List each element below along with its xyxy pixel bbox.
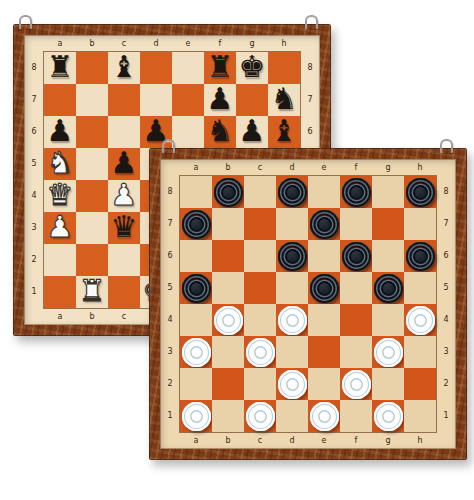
checkers-square-b2[interactable]	[212, 368, 244, 400]
checkers-square-b3[interactable]	[212, 336, 244, 368]
checker-man-black[interactable]	[278, 242, 307, 271]
chess-square-a7[interactable]	[44, 84, 76, 116]
chess-square-b8[interactable]	[76, 52, 108, 84]
file-label: d	[276, 159, 308, 176]
chess-square-h7[interactable]: ♞	[268, 84, 300, 116]
checkers-square-c8[interactable]	[244, 176, 276, 208]
checkers-square-f8[interactable]	[340, 176, 372, 208]
chess-piece-black-rook[interactable]: ♜	[207, 52, 234, 82]
checkers-letters-bottom: abcdefgh	[180, 432, 436, 449]
checkers-square-e6[interactable]	[308, 240, 340, 272]
checkers-square-d6[interactable]	[276, 240, 308, 272]
checkers-square-g5[interactable]	[372, 272, 404, 304]
checkers-square-e1[interactable]	[308, 400, 340, 432]
checkers-numbers-right: 87654321	[436, 176, 456, 432]
chess-square-b6[interactable]	[76, 116, 108, 148]
rank-label: 8	[300, 52, 320, 84]
chess-square-g7[interactable]	[236, 84, 268, 116]
chess-piece-black-pawn[interactable]: ♟	[239, 116, 266, 146]
file-label: f	[340, 159, 372, 176]
checkers-square-h1[interactable]	[404, 400, 436, 432]
checkers-square-d8[interactable]	[276, 176, 308, 208]
checkers-square-a2[interactable]	[180, 368, 212, 400]
file-label: a	[180, 159, 212, 176]
checkers-square-a8[interactable]	[180, 176, 212, 208]
file-label: g	[372, 432, 404, 449]
checkers-square-c6[interactable]	[244, 240, 276, 272]
checker-man-black[interactable]	[342, 178, 371, 207]
rank-label: 5	[160, 272, 180, 304]
rank-label: 7	[300, 84, 320, 116]
checkers-square-f6[interactable]	[340, 240, 372, 272]
checkers-square-f1[interactable]	[340, 400, 372, 432]
checkers-square-h7[interactable]	[404, 208, 436, 240]
checkers-square-d5[interactable]	[276, 272, 308, 304]
chess-square-c5[interactable]: ♟	[108, 148, 140, 180]
checkers-square-f4[interactable]	[340, 304, 372, 336]
checker-man-black[interactable]	[310, 274, 339, 303]
rank-label: 8	[160, 176, 180, 208]
chess-square-g8[interactable]: ♚	[236, 52, 268, 84]
checkers-square-b1[interactable]	[212, 400, 244, 432]
checkers-square-c7[interactable]	[244, 208, 276, 240]
rank-label: 2	[436, 368, 456, 400]
chess-hanging-ring-left	[19, 15, 32, 29]
checkers-square-h2[interactable]	[404, 368, 436, 400]
checkers-square-e5[interactable]	[308, 272, 340, 304]
checker-man-white[interactable]	[406, 306, 435, 335]
checkers-square-g3[interactable]	[372, 336, 404, 368]
checkers-square-c1[interactable]	[244, 400, 276, 432]
file-label: b	[212, 432, 244, 449]
checkers-square-b4[interactable]	[212, 304, 244, 336]
chess-square-c8[interactable]: ♝	[108, 52, 140, 84]
checkers-square-g4[interactable]	[372, 304, 404, 336]
checkers-square-f3[interactable]	[340, 336, 372, 368]
rank-label: 6	[300, 116, 320, 148]
checker-man-white[interactable]	[214, 306, 243, 335]
chess-square-a3[interactable]: ♟	[44, 212, 76, 244]
rank-label: 6	[436, 240, 456, 272]
checkers-square-c3[interactable]	[244, 336, 276, 368]
checker-man-black[interactable]	[406, 242, 435, 271]
chess-square-e8[interactable]	[172, 52, 204, 84]
chess-piece-black-pawn[interactable]: ♟	[47, 116, 74, 146]
checker-man-black[interactable]	[310, 210, 339, 239]
chess-piece-black-bishop[interactable]: ♝	[271, 116, 298, 146]
checkers-grid	[180, 176, 436, 432]
chess-piece-black-knight[interactable]: ♞	[207, 116, 234, 146]
chess-square-d7[interactable]	[140, 84, 172, 116]
rank-label: 3	[24, 212, 44, 244]
checkers-square-b8[interactable]	[212, 176, 244, 208]
chess-square-h8[interactable]	[268, 52, 300, 84]
chess-square-a6[interactable]: ♟	[44, 116, 76, 148]
checkers-square-d4[interactable]	[276, 304, 308, 336]
chess-numbers-left: 87654321	[24, 52, 44, 308]
file-label: h	[268, 35, 300, 52]
checkers-square-a3[interactable]	[180, 336, 212, 368]
chess-square-h6[interactable]: ♝	[268, 116, 300, 148]
checkers-square-h6[interactable]	[404, 240, 436, 272]
checker-man-white[interactable]	[278, 370, 307, 399]
rank-label: 2	[24, 244, 44, 276]
checkers-square-g6[interactable]	[372, 240, 404, 272]
chess-piece-black-pawn[interactable]: ♟	[207, 84, 234, 114]
rank-label: 8	[24, 52, 44, 84]
file-label: a	[180, 432, 212, 449]
chess-square-a5[interactable]: ♞	[44, 148, 76, 180]
chess-piece-black-king[interactable]: ♚	[239, 52, 266, 82]
chess-piece-white-knight[interactable]: ♞	[47, 148, 74, 178]
rank-label: 5	[436, 272, 456, 304]
checkers-square-g1[interactable]	[372, 400, 404, 432]
chess-piece-white-pawn[interactable]: ♟	[47, 212, 74, 242]
checkers-square-g2[interactable]	[372, 368, 404, 400]
checkers-square-b5[interactable]	[212, 272, 244, 304]
chess-square-d8[interactable]	[140, 52, 172, 84]
checker-man-white[interactable]	[342, 370, 371, 399]
checkers-hanging-ring-right	[440, 139, 453, 153]
rank-label: 4	[24, 180, 44, 212]
chess-square-b4[interactable]	[76, 180, 108, 212]
file-label: a	[44, 308, 76, 325]
file-label: b	[76, 308, 108, 325]
checkers-square-d1[interactable]	[276, 400, 308, 432]
rank-label: 6	[24, 116, 44, 148]
chess-square-b1[interactable]: ♜	[76, 276, 108, 308]
file-label: c	[244, 432, 276, 449]
file-label: e	[308, 432, 340, 449]
checkers-square-d7[interactable]	[276, 208, 308, 240]
file-label: f	[340, 432, 372, 449]
checkers-square-f7[interactable]	[340, 208, 372, 240]
chess-square-a8[interactable]: ♜	[44, 52, 76, 84]
chess-square-f8[interactable]: ♜	[204, 52, 236, 84]
file-label: h	[404, 432, 436, 449]
file-label: d	[140, 35, 172, 52]
checkers-demo-board: abcdefghabcdefgh8765432187654321	[149, 148, 467, 460]
chess-square-b2[interactable]	[76, 244, 108, 276]
checker-man-white[interactable]	[246, 338, 275, 367]
chess-piece-white-pawn[interactable]: ♟	[111, 180, 138, 210]
checkers-square-c5[interactable]	[244, 272, 276, 304]
file-label: e	[172, 35, 204, 52]
chess-square-a2[interactable]	[44, 244, 76, 276]
checkers-square-g7[interactable]	[372, 208, 404, 240]
checkers-square-e8[interactable]	[308, 176, 340, 208]
chess-square-a4[interactable]: ♛	[44, 180, 76, 212]
chess-piece-black-pawn[interactable]: ♟	[111, 148, 138, 178]
file-label: g	[372, 159, 404, 176]
file-label: d	[276, 432, 308, 449]
chess-square-e6[interactable]	[172, 116, 204, 148]
chess-square-c1[interactable]	[108, 276, 140, 308]
checker-man-black[interactable]	[278, 178, 307, 207]
rank-label: 7	[24, 84, 44, 116]
checker-man-black[interactable]	[214, 178, 243, 207]
file-label: b	[76, 35, 108, 52]
checkers-square-b7[interactable]	[212, 208, 244, 240]
checkers-square-e3[interactable]	[308, 336, 340, 368]
checker-man-black[interactable]	[406, 178, 435, 207]
checker-man-white[interactable]	[278, 306, 307, 335]
rank-label: 1	[24, 276, 44, 308]
chess-square-g6[interactable]: ♟	[236, 116, 268, 148]
checker-man-white[interactable]	[182, 338, 211, 367]
checker-man-black[interactable]	[182, 210, 211, 239]
checkers-square-h4[interactable]	[404, 304, 436, 336]
checker-man-white[interactable]	[374, 402, 403, 431]
rank-label: 3	[160, 336, 180, 368]
chess-square-e7[interactable]	[172, 84, 204, 116]
checkers-letters-top: abcdefgh	[180, 159, 436, 176]
chess-square-a1[interactable]	[44, 276, 76, 308]
rank-label: 2	[160, 368, 180, 400]
rank-label: 1	[160, 400, 180, 432]
checkers-square-c4[interactable]	[244, 304, 276, 336]
checkers-square-f2[interactable]	[340, 368, 372, 400]
rank-label: 7	[160, 208, 180, 240]
checker-man-white[interactable]	[374, 338, 403, 367]
rank-label: 6	[160, 240, 180, 272]
checker-man-white[interactable]	[246, 402, 275, 431]
checkers-square-a5[interactable]	[180, 272, 212, 304]
chess-square-b3[interactable]	[76, 212, 108, 244]
checkers-square-h3[interactable]	[404, 336, 436, 368]
chess-piece-black-knight[interactable]: ♞	[271, 84, 298, 114]
checkers-hanging-ring-left	[162, 139, 175, 153]
checkers-square-e2[interactable]	[308, 368, 340, 400]
chess-piece-white-rook[interactable]: ♜	[79, 276, 106, 306]
checker-man-white[interactable]	[310, 402, 339, 431]
checkers-square-h8[interactable]	[404, 176, 436, 208]
chess-hanging-ring-right	[305, 15, 318, 29]
file-label: c	[244, 159, 276, 176]
chess-piece-black-rook[interactable]: ♜	[47, 52, 74, 82]
chess-piece-black-bishop[interactable]: ♝	[111, 52, 138, 82]
checkers-square-e7[interactable]	[308, 208, 340, 240]
rank-label: 7	[436, 208, 456, 240]
file-label: h	[404, 159, 436, 176]
rank-label: 3	[436, 336, 456, 368]
rank-label: 5	[24, 148, 44, 180]
rank-label: 8	[436, 176, 456, 208]
file-label: c	[108, 308, 140, 325]
file-label: b	[212, 159, 244, 176]
checkers-square-d3[interactable]	[276, 336, 308, 368]
checkers-square-f5[interactable]	[340, 272, 372, 304]
checkers-square-a6[interactable]	[180, 240, 212, 272]
checkers-square-a7[interactable]	[180, 208, 212, 240]
chess-square-c3[interactable]: ♛	[108, 212, 140, 244]
chess-piece-black-queen[interactable]: ♛	[111, 212, 138, 242]
chess-square-b5[interactable]	[76, 148, 108, 180]
chess-square-c7[interactable]	[108, 84, 140, 116]
checkers-square-b6[interactable]	[212, 240, 244, 272]
chess-square-b7[interactable]	[76, 84, 108, 116]
chess-square-f6[interactable]: ♞	[204, 116, 236, 148]
chess-square-c2[interactable]	[108, 244, 140, 276]
chess-square-c4[interactable]: ♟	[108, 180, 140, 212]
checker-man-black[interactable]	[182, 274, 211, 303]
rank-label: 4	[160, 304, 180, 336]
checker-man-black[interactable]	[374, 274, 403, 303]
checkers-square-h5[interactable]	[404, 272, 436, 304]
file-label: e	[308, 159, 340, 176]
checker-man-white[interactable]	[182, 402, 211, 431]
checkers-square-g8[interactable]	[372, 176, 404, 208]
checkers-square-e4[interactable]	[308, 304, 340, 336]
rank-label: 1	[436, 400, 456, 432]
checker-man-black[interactable]	[342, 242, 371, 271]
checkers-numbers-left: 87654321	[160, 176, 180, 432]
checkers-square-a4[interactable]	[180, 304, 212, 336]
rank-label: 4	[436, 304, 456, 336]
checkers-square-d2[interactable]	[276, 368, 308, 400]
chess-square-c6[interactable]	[108, 116, 140, 148]
chess-piece-white-queen[interactable]: ♛	[47, 180, 74, 210]
chess-square-f7[interactable]: ♟	[204, 84, 236, 116]
checkers-square-c2[interactable]	[244, 368, 276, 400]
checkers-square-a1[interactable]	[180, 400, 212, 432]
